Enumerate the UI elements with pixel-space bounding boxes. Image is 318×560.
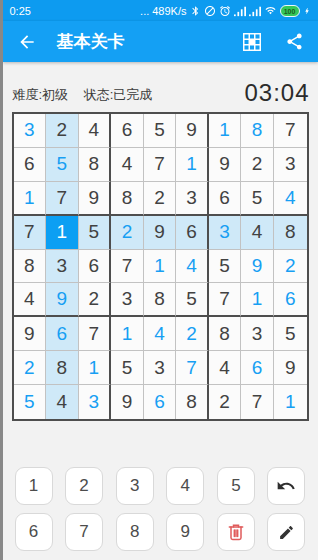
signal-icon [249,5,261,17]
back-icon [17,32,37,52]
cell-r1c1[interactable]: 3 [14,114,47,148]
cell-r8c6[interactable]: 7 [176,351,209,385]
cell-r2c8[interactable]: 2 [241,148,274,182]
cell-r7c3[interactable]: 7 [79,317,112,351]
key-5[interactable]: 5 [217,467,255,505]
timer: 03:04 [244,79,309,107]
keypad: 1 2 3 4 5 6 7 8 9 [3,459,318,551]
cell-r4c4[interactable]: 2 [111,216,144,250]
charging-bolt-icon [303,5,311,17]
cell-r3c6[interactable]: 3 [176,182,209,216]
cell-r9c9[interactable]: 1 [274,385,307,419]
cell-r7c9[interactable]: 5 [274,317,307,351]
cell-r5c7[interactable]: 5 [209,250,242,284]
cell-r4c3[interactable]: 5 [79,216,112,250]
cell-r6c9[interactable]: 6 [274,283,307,317]
trash-icon [226,522,246,542]
status-label: 状态:已完成 [84,87,153,102]
network-activity-dots: ... [140,5,149,17]
cell-r1c4[interactable]: 6 [111,114,144,148]
cell-r1c8[interactable]: 8 [241,114,274,148]
cell-r2c4[interactable]: 4 [111,148,144,182]
cell-r2c7[interactable]: 9 [209,148,242,182]
cell-r7c4[interactable]: 1 [111,317,144,351]
cell-r4c8[interactable]: 4 [241,216,274,250]
delete-button[interactable] [217,513,255,551]
sudoku-board: 3246591876584719231798236547152963488367… [12,112,309,421]
network-speed: 489K/s [152,5,186,17]
cell-r7c8[interactable]: 3 [241,317,274,351]
cell-r2c6[interactable]: 1 [176,148,209,182]
cell-r4c6[interactable]: 6 [176,216,209,250]
cell-r2c5[interactable]: 7 [144,148,177,182]
cell-r5c1[interactable]: 8 [14,250,47,284]
key-4[interactable]: 4 [166,467,204,505]
cell-r9c6[interactable]: 8 [176,385,209,419]
cell-r4c5[interactable]: 9 [144,216,177,250]
app-bar: 基本关卡 [3,21,318,62]
cell-r3c3[interactable]: 9 [79,182,112,216]
cell-r3c1[interactable]: 1 [14,182,47,216]
key-2[interactable]: 2 [65,467,103,505]
cell-r8c1[interactable]: 2 [14,351,47,385]
key-6[interactable]: 6 [15,513,53,551]
cell-r3c5[interactable]: 2 [144,182,177,216]
cell-r6c4[interactable]: 3 [111,283,144,317]
key-3[interactable]: 3 [116,467,154,505]
cell-r2c3[interactable]: 8 [79,148,112,182]
cell-r5c2[interactable]: 3 [46,250,79,284]
cell-r8c2[interactable]: 8 [46,351,79,385]
cell-r1c5[interactable]: 5 [144,114,177,148]
cell-r6c1[interactable]: 4 [14,283,47,317]
cell-r6c3[interactable]: 2 [79,283,112,317]
cell-r7c7[interactable]: 8 [209,317,242,351]
undo-icon [276,476,296,496]
cell-r5c3[interactable]: 6 [79,250,112,284]
cell-r1c9[interactable]: 7 [274,114,307,148]
signal-icon [234,5,246,17]
key-1[interactable]: 1 [15,467,53,505]
cell-r4c1[interactable]: 7 [14,216,47,250]
clock-text: 0:25 [10,5,31,17]
status-bar: 0:25 ... 489K/s 100 [3,0,318,21]
cell-r7c1[interactable]: 9 [14,317,47,351]
cell-r6c2[interactable]: 9 [46,283,79,317]
cell-r6c6[interactable]: 5 [176,283,209,317]
cell-r8c3[interactable]: 1 [79,351,112,385]
selected-cell[interactable]: 1 [46,216,79,250]
key-9[interactable]: 9 [166,513,204,551]
cell-r3c9[interactable]: 4 [274,182,307,216]
edit-button[interactable] [267,513,305,551]
key-7[interactable]: 7 [65,513,103,551]
cell-r8c9[interactable]: 9 [274,351,307,385]
do-not-disturb-icon [204,5,216,17]
cell-r9c8[interactable]: 7 [241,385,274,419]
cell-r9c5[interactable]: 6 [144,385,177,419]
cell-r2c2[interactable]: 5 [46,148,79,182]
bluetooth-icon [190,5,201,17]
cell-r9c7[interactable]: 2 [209,385,242,419]
cell-r9c1[interactable]: 5 [14,385,47,419]
difficulty-label: 难度:初级 [13,87,69,102]
cell-r7c5[interactable]: 4 [144,317,177,351]
wifi-icon [264,5,277,16]
cell-r8c4[interactable]: 5 [111,351,144,385]
back-button[interactable] [17,32,37,52]
cell-r3c4[interactable]: 8 [111,182,144,216]
cell-r8c7[interactable]: 4 [209,351,242,385]
cell-r3c2[interactable]: 7 [46,182,79,216]
cell-r2c1[interactable]: 6 [14,148,47,182]
cell-r5c5[interactable]: 1 [144,250,177,284]
cell-r1c6[interactable]: 9 [176,114,209,148]
phone-screen: 0:25 ... 489K/s 100 基本关卡 难度:初级 状态:已完成 03… [3,0,318,560]
cell-r6c5[interactable]: 8 [144,283,177,317]
grid-view-button[interactable] [241,31,263,53]
cell-r3c8[interactable]: 5 [241,182,274,216]
undo-button[interactable] [267,467,305,505]
cell-r5c6[interactable]: 4 [176,250,209,284]
cell-r4c9[interactable]: 8 [274,216,307,250]
share-button[interactable] [285,32,304,51]
cell-r1c2[interactable]: 2 [46,114,79,148]
battery-icon: 100 [280,5,300,17]
cell-r5c4[interactable]: 7 [111,250,144,284]
cell-r6c7[interactable]: 7 [209,283,242,317]
share-icon [285,32,304,51]
cell-r5c8[interactable]: 9 [241,250,274,284]
cell-r6c8[interactable]: 1 [241,283,274,317]
cell-r5c9[interactable]: 2 [274,250,307,284]
cell-r7c2[interactable]: 6 [46,317,79,351]
cell-r8c8[interactable]: 6 [241,351,274,385]
cell-r1c3[interactable]: 4 [79,114,112,148]
pencil-icon [278,524,295,541]
cell-r3c7[interactable]: 6 [209,182,242,216]
page-title: 基本关卡 [57,30,241,53]
info-row: 难度:初级 状态:已完成 03:04 [3,62,318,112]
alarm-icon [219,5,231,17]
grid-icon [241,31,263,53]
cell-r4c7[interactable]: 3 [209,216,242,250]
cell-r9c2[interactable]: 4 [46,385,79,419]
key-8[interactable]: 8 [116,513,154,551]
cell-r2c9[interactable]: 3 [274,148,307,182]
cell-r9c3[interactable]: 3 [79,385,112,419]
cell-r7c6[interactable]: 2 [176,317,209,351]
cell-r9c4[interactable]: 9 [111,385,144,419]
cell-r1c7[interactable]: 1 [209,114,242,148]
cell-r8c5[interactable]: 3 [144,351,177,385]
